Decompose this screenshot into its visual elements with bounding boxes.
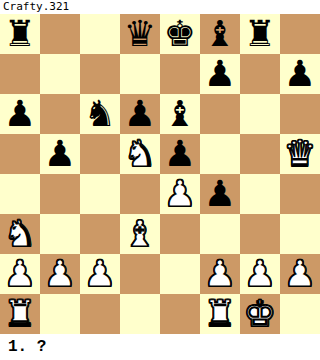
square-b3[interactable] bbox=[40, 214, 80, 254]
square-d8[interactable]: ♛ bbox=[120, 14, 160, 54]
piece-black-king[interactable]: ♚ bbox=[164, 14, 196, 54]
window-title: Crafty.321 bbox=[0, 0, 69, 14]
piece-white-pawn[interactable]: ♟ bbox=[204, 254, 236, 294]
square-f7[interactable]: ♟ bbox=[200, 54, 240, 94]
square-a2[interactable]: ♟ bbox=[0, 254, 40, 294]
square-g6[interactable] bbox=[240, 94, 280, 134]
square-f8[interactable]: ♝ bbox=[200, 14, 240, 54]
square-h3[interactable] bbox=[280, 214, 320, 254]
square-a8[interactable]: ♜ bbox=[0, 14, 40, 54]
piece-black-knight[interactable]: ♞ bbox=[84, 94, 116, 134]
piece-black-pawn[interactable]: ♟ bbox=[204, 54, 236, 94]
square-a7[interactable] bbox=[0, 54, 40, 94]
square-g1[interactable]: ♚ bbox=[240, 294, 280, 334]
square-g5[interactable] bbox=[240, 134, 280, 174]
square-f2[interactable]: ♟ bbox=[200, 254, 240, 294]
square-e8[interactable]: ♚ bbox=[160, 14, 200, 54]
piece-white-rook[interactable]: ♜ bbox=[204, 294, 236, 334]
square-a5[interactable] bbox=[0, 134, 40, 174]
piece-black-queen[interactable]: ♛ bbox=[124, 14, 156, 54]
square-h7[interactable]: ♟ bbox=[280, 54, 320, 94]
square-e4[interactable]: ♟ bbox=[160, 174, 200, 214]
square-e5[interactable]: ♟ bbox=[160, 134, 200, 174]
square-f5[interactable] bbox=[200, 134, 240, 174]
square-f3[interactable] bbox=[200, 214, 240, 254]
square-e2[interactable] bbox=[160, 254, 200, 294]
square-b4[interactable] bbox=[40, 174, 80, 214]
piece-white-pawn[interactable]: ♟ bbox=[4, 254, 36, 294]
square-h5[interactable]: ♛ bbox=[280, 134, 320, 174]
square-d7[interactable] bbox=[120, 54, 160, 94]
square-h6[interactable] bbox=[280, 94, 320, 134]
square-c4[interactable] bbox=[80, 174, 120, 214]
square-h8[interactable] bbox=[280, 14, 320, 54]
square-b8[interactable] bbox=[40, 14, 80, 54]
square-c6[interactable]: ♞ bbox=[80, 94, 120, 134]
square-a3[interactable]: ♞ bbox=[0, 214, 40, 254]
piece-white-pawn[interactable]: ♟ bbox=[164, 174, 196, 214]
square-e3[interactable] bbox=[160, 214, 200, 254]
square-c2[interactable]: ♟ bbox=[80, 254, 120, 294]
square-f1[interactable]: ♜ bbox=[200, 294, 240, 334]
piece-white-pawn[interactable]: ♟ bbox=[284, 254, 316, 294]
square-c3[interactable] bbox=[80, 214, 120, 254]
square-a1[interactable]: ♜ bbox=[0, 294, 40, 334]
square-b5[interactable]: ♟ bbox=[40, 134, 80, 174]
piece-black-pawn[interactable]: ♟ bbox=[44, 134, 76, 174]
piece-black-pawn[interactable]: ♟ bbox=[4, 94, 36, 134]
square-f6[interactable] bbox=[200, 94, 240, 134]
chess-board: ♜♛♚♝♜♟♟♟♞♟♝♟♞♟♛♟♟♞♝♟♟♟♟♟♟♜♜♚ bbox=[0, 14, 320, 334]
piece-white-pawn[interactable]: ♟ bbox=[44, 254, 76, 294]
square-h2[interactable]: ♟ bbox=[280, 254, 320, 294]
piece-white-pawn[interactable]: ♟ bbox=[244, 254, 276, 294]
title-bar: Crafty.321 bbox=[0, 0, 320, 14]
square-a4[interactable] bbox=[0, 174, 40, 214]
square-c5[interactable] bbox=[80, 134, 120, 174]
piece-black-rook[interactable]: ♜ bbox=[4, 14, 36, 54]
square-g8[interactable]: ♜ bbox=[240, 14, 280, 54]
square-d6[interactable]: ♟ bbox=[120, 94, 160, 134]
piece-white-knight[interactable]: ♞ bbox=[4, 214, 36, 254]
square-b6[interactable] bbox=[40, 94, 80, 134]
square-g3[interactable] bbox=[240, 214, 280, 254]
square-h4[interactable] bbox=[280, 174, 320, 214]
square-c1[interactable] bbox=[80, 294, 120, 334]
piece-black-rook[interactable]: ♜ bbox=[244, 14, 276, 54]
piece-black-pawn[interactable]: ♟ bbox=[284, 54, 316, 94]
square-d2[interactable] bbox=[120, 254, 160, 294]
square-h1[interactable] bbox=[280, 294, 320, 334]
square-d1[interactable] bbox=[120, 294, 160, 334]
square-e6[interactable]: ♝ bbox=[160, 94, 200, 134]
piece-white-king[interactable]: ♚ bbox=[244, 294, 276, 334]
square-b2[interactable]: ♟ bbox=[40, 254, 80, 294]
square-g4[interactable] bbox=[240, 174, 280, 214]
square-c8[interactable] bbox=[80, 14, 120, 54]
square-b1[interactable] bbox=[40, 294, 80, 334]
square-b7[interactable] bbox=[40, 54, 80, 94]
piece-white-pawn[interactable]: ♟ bbox=[84, 254, 116, 294]
square-e1[interactable] bbox=[160, 294, 200, 334]
piece-white-bishop[interactable]: ♝ bbox=[124, 214, 156, 254]
square-e7[interactable] bbox=[160, 54, 200, 94]
square-d5[interactable]: ♞ bbox=[120, 134, 160, 174]
move-prompt: 1. ? bbox=[0, 338, 46, 356]
piece-black-bishop[interactable]: ♝ bbox=[204, 14, 236, 54]
piece-white-knight[interactable]: ♞ bbox=[124, 134, 156, 174]
piece-white-rook[interactable]: ♜ bbox=[4, 294, 36, 334]
piece-black-bishop[interactable]: ♝ bbox=[164, 94, 196, 134]
piece-white-queen[interactable]: ♛ bbox=[284, 134, 316, 174]
square-d3[interactable]: ♝ bbox=[120, 214, 160, 254]
square-g7[interactable] bbox=[240, 54, 280, 94]
square-g2[interactable]: ♟ bbox=[240, 254, 280, 294]
square-f4[interactable]: ♟ bbox=[200, 174, 240, 214]
status-bar: 1. ? bbox=[0, 334, 320, 360]
square-d4[interactable] bbox=[120, 174, 160, 214]
piece-black-pawn[interactable]: ♟ bbox=[164, 134, 196, 174]
crafty-window: Crafty.321 ♜♛♚♝♜♟♟♟♞♟♝♟♞♟♛♟♟♞♝♟♟♟♟♟♟♜♜♚ … bbox=[0, 0, 320, 360]
square-a6[interactable]: ♟ bbox=[0, 94, 40, 134]
square-c7[interactable] bbox=[80, 54, 120, 94]
piece-black-pawn[interactable]: ♟ bbox=[204, 174, 236, 214]
piece-black-pawn[interactable]: ♟ bbox=[124, 94, 156, 134]
